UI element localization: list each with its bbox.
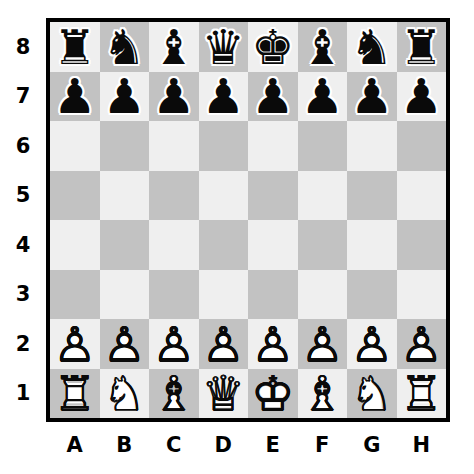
- white-piece-outline: ♘: [103, 369, 146, 417]
- square-g4[interactable]: [347, 220, 397, 270]
- file-label-g: G: [347, 424, 397, 466]
- white-piece-outline: ♔: [251, 369, 294, 417]
- black-queen[interactable]: ♛: [202, 23, 245, 71]
- square-f1[interactable]: ♝♗: [298, 369, 348, 419]
- square-c4[interactable]: [149, 220, 199, 270]
- white-pawn[interactable]: ♟♙: [202, 320, 245, 368]
- white-piece-outline: ♘: [350, 369, 393, 417]
- square-b3[interactable]: [100, 270, 150, 320]
- white-pawn[interactable]: ♟♙: [350, 320, 393, 368]
- square-h4[interactable]: [397, 220, 447, 270]
- black-bishop[interactable]: ♝: [152, 23, 195, 71]
- square-b8[interactable]: ♞: [100, 22, 150, 72]
- square-f5[interactable]: [298, 171, 348, 221]
- square-f8[interactable]: ♝: [298, 22, 348, 72]
- square-d5[interactable]: [199, 171, 249, 221]
- square-e6[interactable]: [248, 121, 298, 171]
- white-bishop[interactable]: ♝♗: [301, 369, 344, 417]
- chess-board: ♜♞♝♛♚♝♞♜♟♟♟♟♟♟♟♟♟♙♟♙♟♙♟♙♟♙♟♙♟♙♟♙♜♖♞♘♝♗♛♕…: [46, 18, 450, 422]
- square-f3[interactable]: [298, 270, 348, 320]
- square-b2[interactable]: ♟♙: [100, 319, 150, 369]
- square-g3[interactable]: [347, 270, 397, 320]
- white-piece-outline: ♗: [301, 369, 344, 417]
- square-d6[interactable]: [199, 121, 249, 171]
- black-knight[interactable]: ♞: [350, 23, 393, 71]
- black-rook[interactable]: ♜: [400, 23, 443, 71]
- square-h1[interactable]: ♜♖: [397, 369, 447, 419]
- square-g5[interactable]: [347, 171, 397, 221]
- black-pawn[interactable]: ♟: [152, 72, 195, 120]
- white-pawn[interactable]: ♟♙: [251, 320, 294, 368]
- square-g8[interactable]: ♞: [347, 22, 397, 72]
- square-a1[interactable]: ♜♖: [50, 369, 100, 419]
- square-d4[interactable]: [199, 220, 249, 270]
- black-pawn[interactable]: ♟: [251, 72, 294, 120]
- black-knight[interactable]: ♞: [103, 23, 146, 71]
- rank-label-4: 4: [0, 220, 46, 270]
- square-a3[interactable]: [50, 270, 100, 320]
- black-pawn[interactable]: ♟: [400, 72, 443, 120]
- square-h6[interactable]: [397, 121, 447, 171]
- white-knight[interactable]: ♞♘: [103, 369, 146, 417]
- square-b7[interactable]: ♟: [100, 72, 150, 122]
- square-a4[interactable]: [50, 220, 100, 270]
- square-d7[interactable]: ♟: [199, 72, 249, 122]
- square-h8[interactable]: ♜: [397, 22, 447, 72]
- square-f4[interactable]: [298, 220, 348, 270]
- white-piece-outline: ♙: [301, 320, 344, 368]
- square-c6[interactable]: [149, 121, 199, 171]
- square-f7[interactable]: ♟: [298, 72, 348, 122]
- rank-label-7: 7: [0, 72, 46, 122]
- square-e7[interactable]: ♟: [248, 72, 298, 122]
- square-h5[interactable]: [397, 171, 447, 221]
- square-c5[interactable]: [149, 171, 199, 221]
- square-c1[interactable]: ♝♗: [149, 369, 199, 419]
- black-pawn[interactable]: ♟: [202, 72, 245, 120]
- file-labels: ABCDEFGH: [46, 424, 450, 466]
- square-c3[interactable]: [149, 270, 199, 320]
- rank-label-3: 3: [0, 270, 46, 320]
- square-e2[interactable]: ♟♙: [248, 319, 298, 369]
- board-grid: ♜♞♝♛♚♝♞♜♟♟♟♟♟♟♟♟♟♙♟♙♟♙♟♙♟♙♟♙♟♙♟♙♜♖♞♘♝♗♛♕…: [50, 22, 446, 418]
- square-d3[interactable]: [199, 270, 249, 320]
- square-e3[interactable]: [248, 270, 298, 320]
- rank-label-1: 1: [0, 369, 46, 419]
- square-g2[interactable]: ♟♙: [347, 319, 397, 369]
- square-e1[interactable]: ♚♔: [248, 369, 298, 419]
- square-f6[interactable]: [298, 121, 348, 171]
- white-piece-outline: ♙: [103, 320, 146, 368]
- white-pawn[interactable]: ♟♙: [301, 320, 344, 368]
- square-e4[interactable]: [248, 220, 298, 270]
- white-bishop[interactable]: ♝♗: [152, 369, 195, 417]
- square-a6[interactable]: [50, 121, 100, 171]
- square-h3[interactable]: [397, 270, 447, 320]
- square-h2[interactable]: ♟♙: [397, 319, 447, 369]
- chessboard-diagram: 87654321 ♜♞♝♛♚♝♞♜♟♟♟♟♟♟♟♟♟♙♟♙♟♙♟♙♟♙♟♙♟♙♟…: [0, 0, 474, 474]
- white-piece-outline: ♙: [53, 320, 96, 368]
- white-knight[interactable]: ♞♘: [350, 369, 393, 417]
- white-piece-outline: ♙: [251, 320, 294, 368]
- square-e5[interactable]: [248, 171, 298, 221]
- square-c2[interactable]: ♟♙: [149, 319, 199, 369]
- white-piece-outline: ♙: [400, 320, 443, 368]
- white-queen[interactable]: ♛♕: [202, 369, 245, 417]
- white-piece-outline: ♙: [350, 320, 393, 368]
- rank-label-6: 6: [0, 121, 46, 171]
- white-piece-outline: ♕: [202, 369, 245, 417]
- white-pawn[interactable]: ♟♙: [400, 320, 443, 368]
- square-c8[interactable]: ♝: [149, 22, 199, 72]
- square-b4[interactable]: [100, 220, 150, 270]
- file-label-b: B: [100, 424, 150, 466]
- white-piece-outline: ♖: [400, 369, 443, 417]
- square-d2[interactable]: ♟♙: [199, 319, 249, 369]
- white-rook[interactable]: ♜♖: [53, 369, 96, 417]
- black-pawn[interactable]: ♟: [301, 72, 344, 120]
- white-piece-outline: ♗: [152, 369, 195, 417]
- rank-label-5: 5: [0, 171, 46, 221]
- white-pawn[interactable]: ♟♙: [103, 320, 146, 368]
- file-label-a: A: [50, 424, 100, 466]
- square-g7[interactable]: ♟: [347, 72, 397, 122]
- white-pawn[interactable]: ♟♙: [152, 320, 195, 368]
- square-e8[interactable]: ♚: [248, 22, 298, 72]
- white-pawn[interactable]: ♟♙: [53, 320, 96, 368]
- black-bishop[interactable]: ♝: [301, 23, 344, 71]
- file-label-d: D: [199, 424, 249, 466]
- black-pawn[interactable]: ♟: [103, 72, 146, 120]
- black-king[interactable]: ♚: [251, 23, 294, 71]
- rank-label-2: 2: [0, 319, 46, 369]
- white-piece-outline: ♖: [53, 369, 96, 417]
- square-g6[interactable]: [347, 121, 397, 171]
- square-d8[interactable]: ♛: [199, 22, 249, 72]
- square-g1[interactable]: ♞♘: [347, 369, 397, 419]
- square-d1[interactable]: ♛♕: [199, 369, 249, 419]
- square-b1[interactable]: ♞♘: [100, 369, 150, 419]
- square-b5[interactable]: [100, 171, 150, 221]
- white-king[interactable]: ♚♔: [251, 369, 294, 417]
- white-rook[interactable]: ♜♖: [400, 369, 443, 417]
- white-piece-outline: ♙: [202, 320, 245, 368]
- black-pawn[interactable]: ♟: [350, 72, 393, 120]
- black-rook[interactable]: ♜: [53, 23, 96, 71]
- white-piece-outline: ♙: [152, 320, 195, 368]
- square-b6[interactable]: [100, 121, 150, 171]
- square-f2[interactable]: ♟♙: [298, 319, 348, 369]
- square-h7[interactable]: ♟: [397, 72, 447, 122]
- file-label-f: F: [298, 424, 348, 466]
- square-a7[interactable]: ♟: [50, 72, 100, 122]
- black-pawn[interactable]: ♟: [53, 72, 96, 120]
- square-a8[interactable]: ♜: [50, 22, 100, 72]
- file-label-c: C: [149, 424, 199, 466]
- square-a5[interactable]: [50, 171, 100, 221]
- square-c7[interactable]: ♟: [149, 72, 199, 122]
- rank-label-8: 8: [0, 22, 46, 72]
- square-a2[interactable]: ♟♙: [50, 319, 100, 369]
- rank-labels: 87654321: [0, 18, 46, 422]
- file-label-h: H: [397, 424, 447, 466]
- file-label-e: E: [248, 424, 298, 466]
